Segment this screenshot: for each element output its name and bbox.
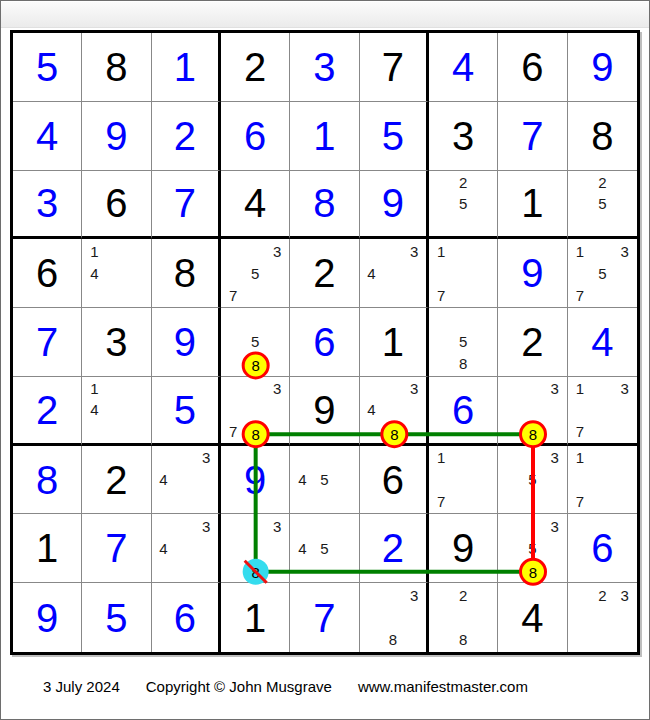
given-digit: 2 (313, 253, 335, 293)
pencil-marks: 34 (153, 515, 217, 581)
pencil-marks: 357 (222, 240, 288, 306)
cell-r1c9[interactable]: 9 (568, 33, 637, 102)
candidate-3: 3 (196, 515, 217, 537)
cell-r8c7[interactable]: 9 (429, 514, 498, 583)
candidate-7: 7 (222, 284, 244, 306)
pencil-marks: 14 (83, 240, 149, 306)
cell-r4c4[interactable]: 357 (221, 239, 290, 308)
candidate-7: 7 (569, 284, 591, 306)
given-digit: 9 (452, 528, 474, 568)
cell-r2c1[interactable]: 4 (13, 102, 82, 171)
cell-r4c1[interactable]: 6 (13, 239, 82, 308)
candidate-2: 2 (591, 172, 613, 193)
candidate-3: 3 (614, 240, 636, 262)
candidate-5: 5 (313, 469, 335, 491)
cell-r2c5[interactable]: 1 (290, 102, 359, 171)
cell-r8c8[interactable]: 358 (498, 514, 567, 583)
cell-r3c6[interactable]: 9 (360, 171, 429, 240)
given-digit: 6 (105, 183, 127, 223)
cell-r5c5[interactable]: 6 (290, 308, 359, 377)
candidate-8: 8 (521, 420, 543, 441)
solved-digit: 5 (105, 598, 127, 638)
cell-r5c7[interactable]: 58 (429, 308, 498, 377)
cell-r7c6[interactable]: 6 (360, 446, 429, 515)
cell-r4c7[interactable]: 17 (429, 239, 498, 308)
cell-r3c3[interactable]: 7 (152, 171, 221, 240)
candidate-5: 5 (452, 193, 474, 214)
candidate-7: 7 (569, 420, 591, 441)
cell-r2c6[interactable]: 5 (360, 102, 429, 171)
cell-r6c4[interactable]: 378 (221, 377, 290, 446)
cell-r8c4[interactable]: 38 (221, 514, 290, 583)
pencil-marks: 378 (222, 378, 288, 442)
candidate-3: 3 (404, 584, 425, 606)
solved-digit: 2 (174, 116, 196, 156)
cell-r9c3[interactable]: 6 (152, 583, 221, 652)
candidate-3: 3 (404, 240, 425, 262)
cell-r6c1[interactable]: 2 (13, 377, 82, 446)
candidate-7: 7 (430, 284, 452, 306)
cell-r8c2[interactable]: 7 (82, 514, 151, 583)
candidate-4: 4 (361, 399, 382, 420)
solved-digit: 7 (313, 598, 335, 638)
candidate-3: 3 (196, 447, 217, 469)
candidate-1: 1 (430, 240, 452, 262)
given-digit: 1 (244, 598, 266, 638)
cell-r1c5[interactable]: 3 (290, 33, 359, 102)
pencil-marks: 25 (569, 172, 636, 236)
candidate-3: 3 (404, 378, 425, 399)
pencil-marks: 35 (499, 447, 565, 513)
candidate-8: 8 (521, 559, 543, 581)
cell-r1c4[interactable]: 2 (221, 33, 290, 102)
cell-r7c4[interactable]: 9 (221, 446, 290, 515)
cell-r7c1[interactable]: 8 (13, 446, 82, 515)
candidate-4: 4 (153, 469, 174, 491)
candidate-4: 4 (291, 537, 313, 559)
solved-digit: 7 (174, 183, 196, 223)
candidate-7: 7 (569, 491, 591, 513)
cell-r9c2[interactable]: 5 (82, 583, 151, 652)
pencil-marks: 38 (499, 378, 565, 442)
pencil-marks: 45 (291, 515, 357, 581)
footer: 3 July 2024Copyright © John Musgravewww.… (43, 678, 528, 695)
cell-r6c6[interactable]: 348 (360, 377, 429, 446)
cell-r6c3[interactable]: 5 (152, 377, 221, 446)
solved-digit: 8 (313, 183, 335, 223)
solved-digit: 4 (591, 322, 613, 362)
pencil-marks: 17 (430, 240, 496, 306)
cell-r4c8[interactable]: 9 (498, 239, 567, 308)
pencil-marks: 34 (153, 447, 217, 513)
given-digit: 9 (313, 390, 335, 430)
cell-r7c8[interactable]: 35 (498, 446, 567, 515)
solved-digit: 3 (313, 47, 335, 87)
solved-digit: 8 (36, 460, 58, 500)
candidate-5: 5 (591, 262, 613, 284)
given-digit: 8 (591, 116, 613, 156)
solved-digit: 6 (313, 322, 335, 362)
pencil-marks: 58 (430, 309, 496, 375)
solved-digit: 6 (452, 390, 474, 430)
cell-r1c1[interactable]: 5 (13, 33, 82, 102)
given-digit: 4 (521, 598, 543, 638)
given-digit: 8 (174, 253, 196, 293)
candidate-8: 8 (452, 353, 474, 375)
pencil-marks: 23 (569, 584, 636, 651)
candidate-7: 7 (430, 491, 452, 513)
cell-r3c5[interactable]: 8 (290, 171, 359, 240)
candidate-5: 5 (452, 331, 474, 353)
cell-r2c4[interactable]: 6 (221, 102, 290, 171)
cell-r9c4[interactable]: 1 (221, 583, 290, 652)
cell-r5c8[interactable]: 2 (498, 308, 567, 377)
given-digit: 4 (244, 183, 266, 223)
pencil-marks: 17 (430, 447, 496, 513)
solved-digit: 3 (36, 183, 58, 223)
candidate-8: 8 (382, 629, 403, 651)
given-digit: 6 (521, 47, 543, 87)
solved-digit: 9 (174, 322, 196, 362)
cell-r3c7[interactable]: 25 (429, 171, 498, 240)
cell-r2c8[interactable]: 7 (498, 102, 567, 171)
solved-digit: 9 (105, 116, 127, 156)
cell-r3c1[interactable]: 3 (13, 171, 82, 240)
candidate-4: 4 (361, 262, 382, 284)
candidate-3: 3 (544, 515, 566, 537)
pencil-marks: 34 (361, 240, 425, 306)
candidate-1: 1 (569, 447, 591, 469)
cell-r6c9[interactable]: 137 (568, 377, 637, 446)
cell-r8c6[interactable]: 2 (360, 514, 429, 583)
given-digit: 1 (521, 183, 543, 223)
cell-r2c7[interactable]: 3 (429, 102, 498, 171)
cell-r9c9[interactable]: 23 (568, 583, 637, 652)
solved-digit: 9 (382, 183, 404, 223)
pencil-marks: 348 (361, 378, 425, 442)
cell-r7c9[interactable]: 17 (568, 446, 637, 515)
cell-r7c5[interactable]: 45 (290, 446, 359, 515)
cell-r6c8[interactable]: 38 (498, 377, 567, 446)
candidate-4: 4 (83, 399, 105, 420)
cell-r5c2[interactable]: 3 (82, 308, 151, 377)
solved-digit: 9 (244, 460, 266, 500)
pencil-marks: 58 (222, 309, 288, 375)
given-digit: 8 (105, 47, 127, 87)
given-digit: 2 (521, 322, 543, 362)
solved-digit: 9 (36, 598, 58, 638)
candidate-5: 5 (591, 193, 613, 214)
cell-r9c8[interactable]: 4 (498, 583, 567, 652)
cell-r8c3[interactable]: 34 (152, 514, 221, 583)
given-digit: 2 (244, 47, 266, 87)
given-digit: 7 (382, 47, 404, 87)
pencil-marks: 25 (430, 172, 496, 236)
candidate-7: 7 (222, 420, 244, 441)
candidate-2: 2 (591, 584, 613, 606)
window-chrome-bar (1, 2, 649, 28)
candidate-5: 5 (521, 469, 543, 491)
solved-digit: 7 (105, 528, 127, 568)
candidate-3: 3 (266, 378, 288, 399)
sudoku-board: 5812374694926153783674892512561483572341… (10, 30, 640, 655)
cell-r6c5[interactable]: 9 (290, 377, 359, 446)
cell-r9c5[interactable]: 7 (290, 583, 359, 652)
solved-digit: 1 (313, 116, 335, 156)
candidate-3: 3 (544, 447, 566, 469)
cell-r7c7[interactable]: 17 (429, 446, 498, 515)
solved-digit: 1 (174, 47, 196, 87)
cell-r5c4[interactable]: 58 (221, 308, 290, 377)
candidate-3: 3 (266, 240, 288, 262)
sudoku-grid: 5812374694926153783674892512561483572341… (10, 30, 640, 655)
cell-r9c6[interactable]: 38 (360, 583, 429, 652)
cell-r6c7[interactable]: 6 (429, 377, 498, 446)
solved-digit: 7 (521, 116, 543, 156)
candidate-4: 4 (83, 262, 105, 284)
candidate-1: 1 (83, 378, 105, 399)
candidate-1: 1 (83, 240, 105, 262)
candidate-8: 8 (244, 559, 266, 581)
cell-r4c5[interactable]: 2 (290, 239, 359, 308)
cell-r4c9[interactable]: 1357 (568, 239, 637, 308)
candidate-5: 5 (244, 331, 266, 353)
candidate-2: 2 (452, 584, 474, 606)
footer-website: www.manifestmaster.com (358, 678, 528, 695)
solved-digit: 6 (244, 116, 266, 156)
cell-r8c1[interactable]: 1 (13, 514, 82, 583)
cell-r3c2[interactable]: 6 (82, 171, 151, 240)
cell-r4c3[interactable]: 8 (152, 239, 221, 308)
candidate-5: 5 (244, 262, 266, 284)
pencil-marks: 17 (569, 447, 636, 513)
candidate-4: 4 (153, 537, 174, 559)
candidate-1: 1 (569, 378, 591, 399)
given-digit: 6 (36, 253, 58, 293)
candidate-3: 3 (266, 515, 288, 537)
candidate-8: 8 (452, 629, 474, 651)
candidate-5: 5 (313, 537, 335, 559)
pencil-marks: 38 (361, 584, 425, 651)
solved-digit: 4 (452, 47, 474, 87)
given-digit: 3 (452, 116, 474, 156)
pencil-marks: 137 (569, 378, 636, 442)
cell-r5c1[interactable]: 7 (13, 308, 82, 377)
cell-r1c3[interactable]: 1 (152, 33, 221, 102)
candidate-1: 1 (430, 447, 452, 469)
cell-r1c7[interactable]: 4 (429, 33, 498, 102)
cell-r1c8[interactable]: 6 (498, 33, 567, 102)
cell-r4c2[interactable]: 14 (82, 239, 151, 308)
cell-r6c2[interactable]: 14 (82, 377, 151, 446)
candidate-8: 8 (244, 420, 266, 441)
candidate-4: 4 (291, 469, 313, 491)
solved-digit: 6 (174, 598, 196, 638)
given-digit: 6 (382, 460, 404, 500)
solved-digit: 2 (36, 390, 58, 430)
cell-r5c3[interactable]: 9 (152, 308, 221, 377)
cell-r8c5[interactable]: 45 (290, 514, 359, 583)
solved-digit: 4 (36, 116, 58, 156)
candidate-8: 8 (382, 420, 403, 441)
solved-digit: 2 (382, 528, 404, 568)
solved-digit: 5 (36, 47, 58, 87)
cell-r3c8[interactable]: 1 (498, 171, 567, 240)
cell-r1c2[interactable]: 8 (82, 33, 151, 102)
cell-r3c9[interactable]: 25 (568, 171, 637, 240)
cell-r7c2[interactable]: 2 (82, 446, 151, 515)
solved-digit: 5 (174, 390, 196, 430)
candidate-1: 1 (569, 240, 591, 262)
candidate-3: 3 (614, 378, 636, 399)
candidate-8: 8 (244, 353, 266, 375)
footer-copyright: Copyright © John Musgrave (146, 678, 332, 695)
given-digit: 1 (382, 322, 404, 362)
given-digit: 1 (36, 528, 58, 568)
cell-r1c6[interactable]: 7 (360, 33, 429, 102)
cell-r7c3[interactable]: 34 (152, 446, 221, 515)
candidate-2: 2 (452, 172, 474, 193)
pencil-marks: 38 (222, 515, 288, 581)
cell-r3c4[interactable]: 4 (221, 171, 290, 240)
given-digit: 3 (105, 322, 127, 362)
cell-r5c9[interactable]: 4 (568, 308, 637, 377)
candidate-5: 5 (521, 537, 543, 559)
cell-r9c7[interactable]: 28 (429, 583, 498, 652)
cell-r9c1[interactable]: 9 (13, 583, 82, 652)
cell-r4c6[interactable]: 34 (360, 239, 429, 308)
cell-r5c6[interactable]: 1 (360, 308, 429, 377)
solved-digit: 5 (382, 116, 404, 156)
pencil-marks: 1357 (569, 240, 636, 306)
solved-digit: 7 (36, 322, 58, 362)
footer-date: 3 July 2024 (43, 678, 120, 695)
solved-digit: 9 (521, 253, 543, 293)
solved-digit: 6 (591, 528, 613, 568)
candidate-3: 3 (614, 584, 636, 606)
cell-r8c9[interactable]: 6 (568, 514, 637, 583)
cell-r2c3[interactable]: 2 (152, 102, 221, 171)
pencil-marks: 28 (430, 584, 496, 651)
candidate-3: 3 (544, 378, 566, 399)
cell-r2c2[interactable]: 9 (82, 102, 151, 171)
page: 5812374694926153783674892512561483572341… (0, 0, 650, 720)
cell-r2c9[interactable]: 8 (568, 102, 637, 171)
pencil-marks: 45 (291, 447, 357, 513)
given-digit: 2 (105, 460, 127, 500)
pencil-marks: 358 (499, 515, 565, 581)
solved-digit: 9 (591, 47, 613, 87)
pencil-marks: 14 (83, 378, 149, 442)
